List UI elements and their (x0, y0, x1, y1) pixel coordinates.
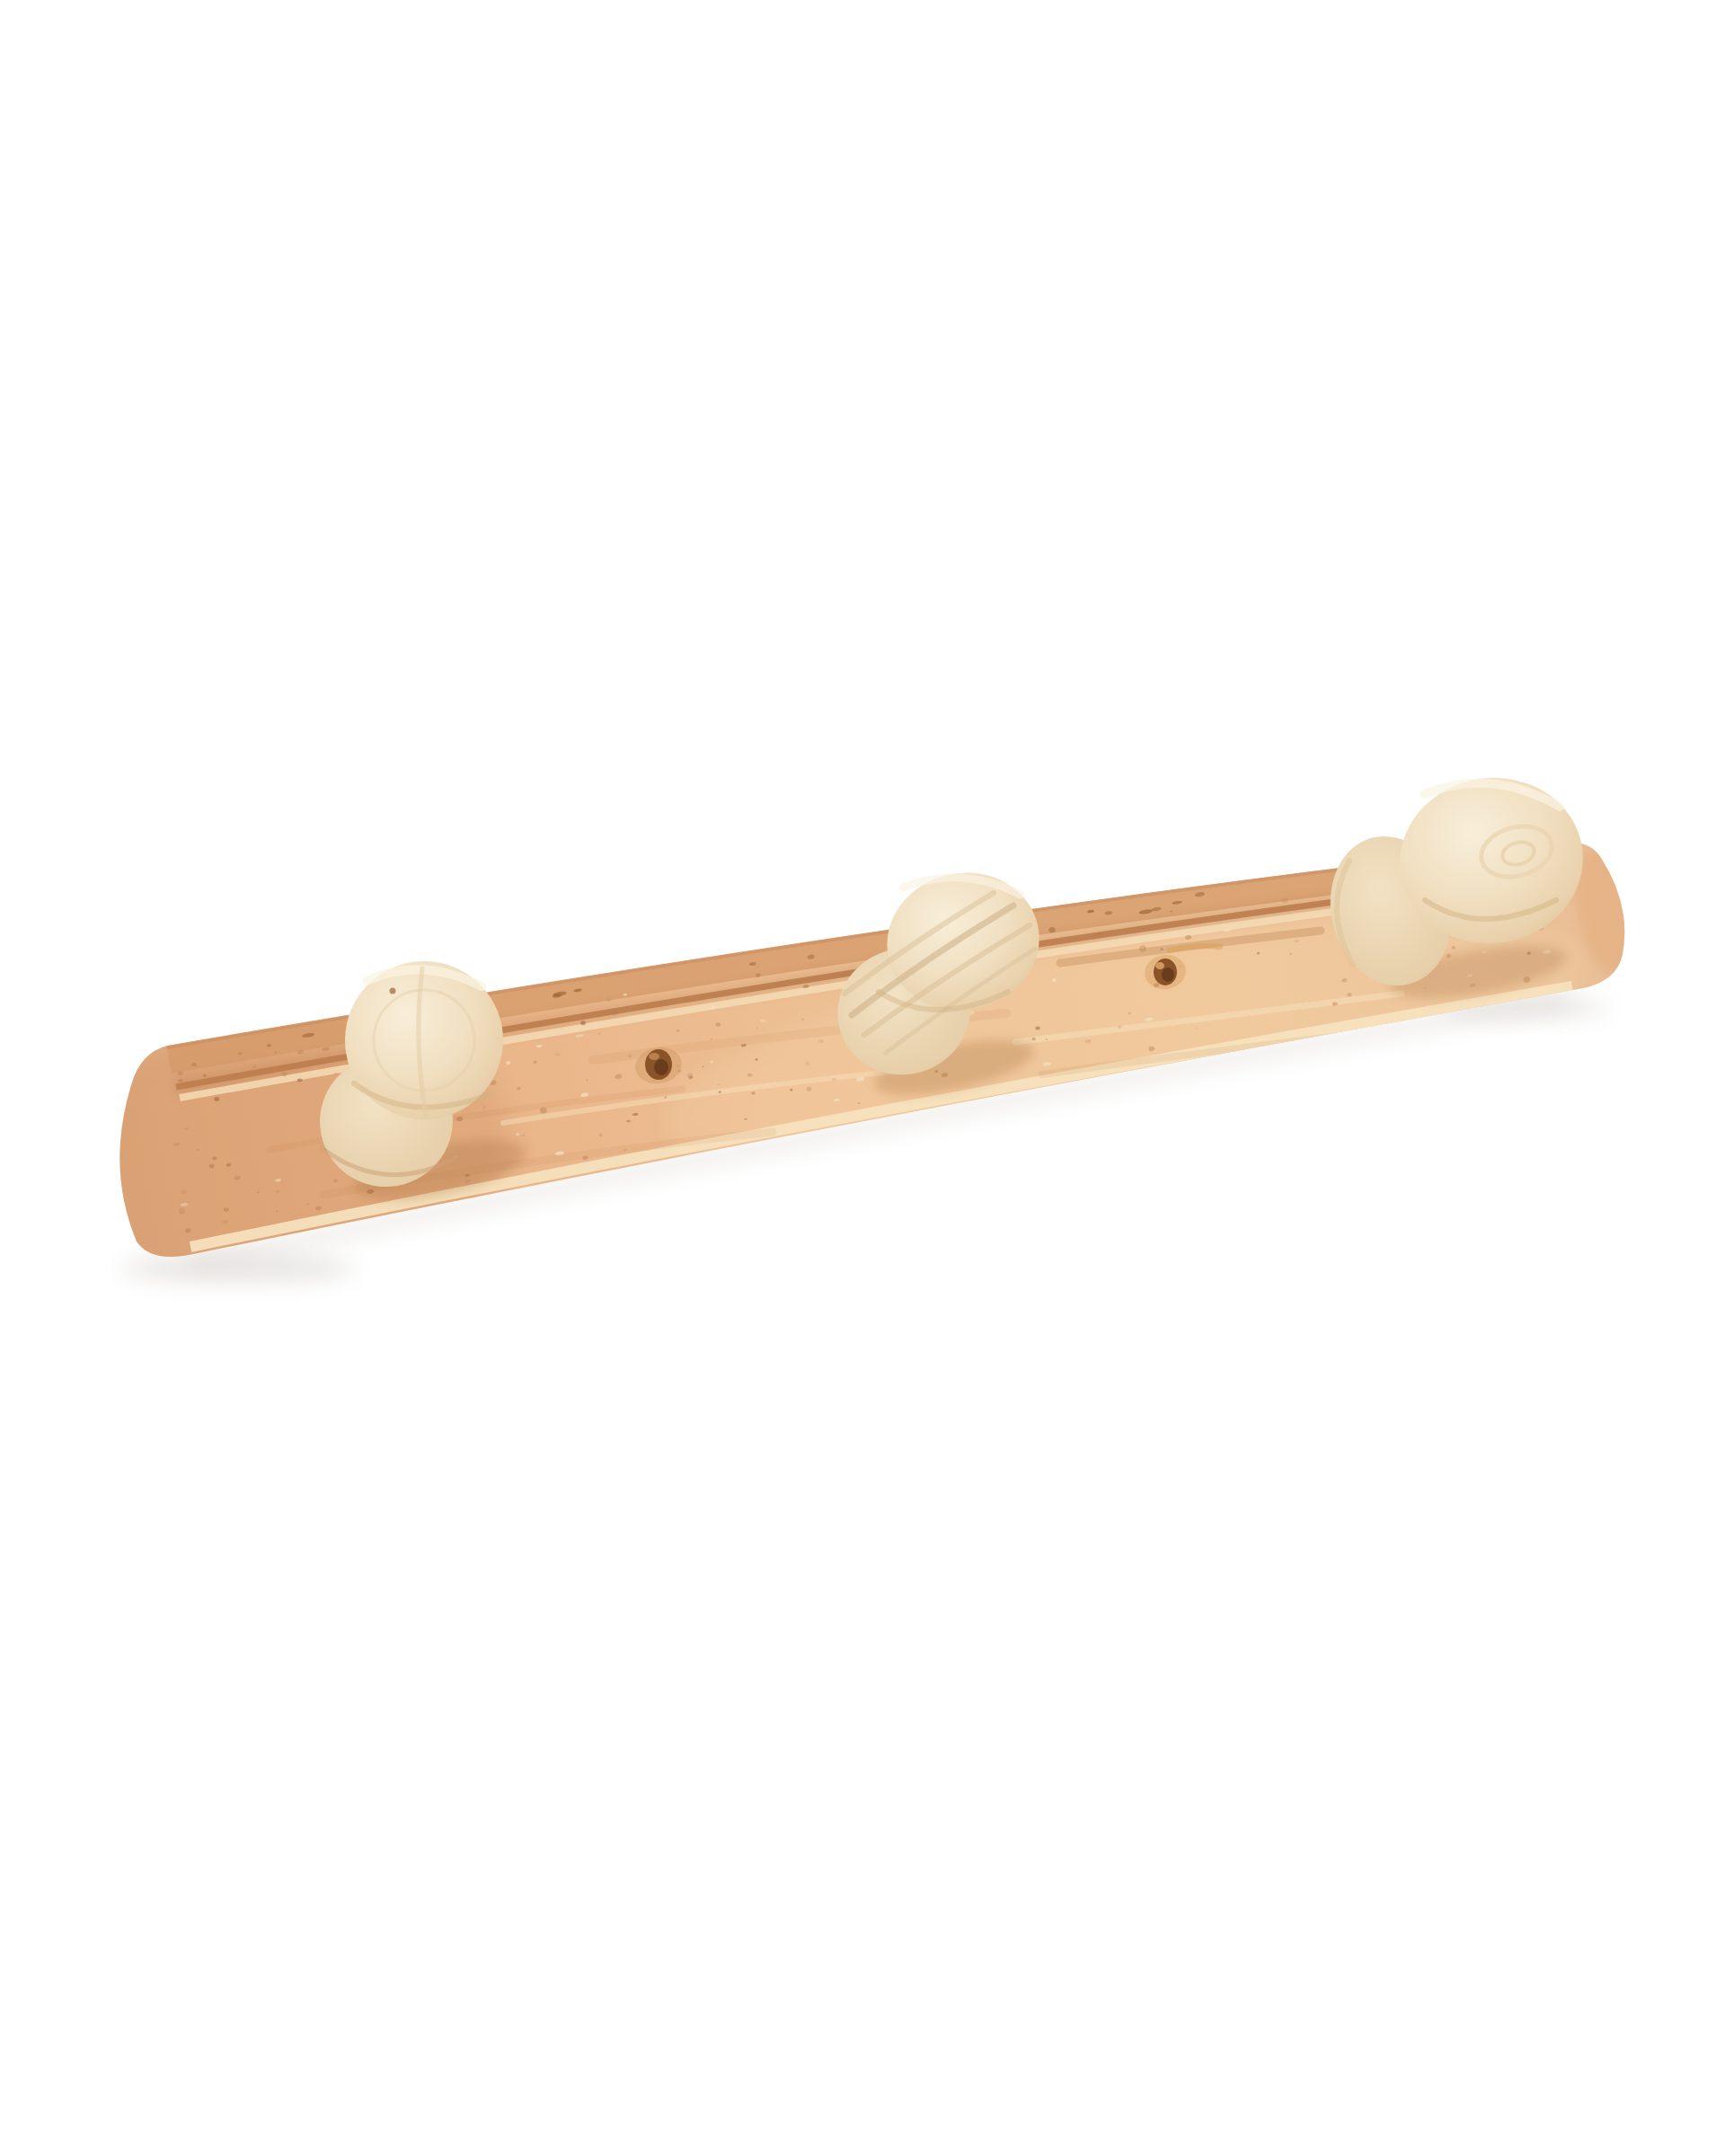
product-photo (0, 0, 1725, 2156)
product-photo-page (0, 0, 1725, 2156)
coat-rack-illustration (0, 0, 1725, 2156)
